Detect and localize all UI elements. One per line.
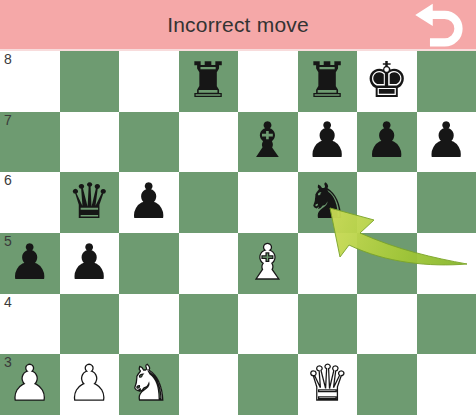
square-c4[interactable] [119,294,179,355]
square-f6[interactable]: ♞ [298,172,358,233]
chess-board: 8♜♜♚7♝♟♟♟6♛♟♞5♟♟♝43♟♟♞♛ [0,51,476,415]
black-bishop[interactable]: ♝ [246,116,290,165]
black-pawn[interactable]: ♟ [67,238,111,287]
black-queen[interactable]: ♛ [67,177,111,226]
square-g6[interactable] [357,172,417,233]
undo-button[interactable] [411,2,471,48]
black-rook[interactable]: ♜ [305,56,349,105]
square-g8[interactable]: ♚ [357,51,417,112]
black-rook[interactable]: ♜ [186,56,230,105]
square-d7[interactable] [179,112,239,173]
alert-banner: Incorrect move [0,0,476,49]
square-g7[interactable]: ♟ [357,112,417,173]
square-e4[interactable] [238,294,298,355]
square-c7[interactable] [119,112,179,173]
black-king[interactable]: ♚ [365,56,409,105]
square-d5[interactable] [179,233,239,294]
square-d6[interactable] [179,172,239,233]
square-a5[interactable]: 5♟ [0,233,60,294]
black-knight[interactable]: ♞ [305,177,349,226]
square-e6[interactable] [238,172,298,233]
rank-label-8: 8 [4,51,12,68]
black-pawn[interactable]: ♟ [127,177,171,226]
square-c3[interactable]: ♞ [119,354,179,415]
square-b8[interactable] [60,51,120,112]
square-b4[interactable] [60,294,120,355]
square-d4[interactable] [179,294,239,355]
square-e5[interactable]: ♝ [238,233,298,294]
square-f5[interactable] [298,233,358,294]
square-f8[interactable]: ♜ [298,51,358,112]
white-bishop[interactable]: ♝ [246,238,290,287]
black-pawn[interactable]: ♟ [8,238,52,287]
square-d3[interactable] [179,354,239,415]
square-g5[interactable] [357,233,417,294]
square-h4[interactable] [417,294,476,355]
rank-label-7: 7 [4,112,12,129]
black-pawn[interactable]: ♟ [305,116,349,165]
square-b6[interactable]: ♛ [60,172,120,233]
square-d8[interactable]: ♜ [179,51,239,112]
square-e3[interactable] [238,354,298,415]
square-e7[interactable]: ♝ [238,112,298,173]
square-g3[interactable] [357,354,417,415]
white-knight[interactable]: ♞ [127,359,171,408]
white-pawn[interactable]: ♟ [67,359,111,408]
rank-label-4: 4 [4,294,12,311]
square-h6[interactable] [417,172,476,233]
square-f3[interactable]: ♛ [298,354,358,415]
rank-label-6: 6 [4,172,12,189]
square-a7[interactable]: 7 [0,112,60,173]
square-a6[interactable]: 6 [0,172,60,233]
square-b7[interactable] [60,112,120,173]
square-a8[interactable]: 8 [0,51,60,112]
white-pawn[interactable]: ♟ [8,359,52,408]
square-a4[interactable]: 4 [0,294,60,355]
black-pawn[interactable]: ♟ [365,116,409,165]
square-h7[interactable]: ♟ [417,112,476,173]
square-c5[interactable] [119,233,179,294]
white-queen[interactable]: ♛ [305,359,349,408]
square-f7[interactable]: ♟ [298,112,358,173]
square-c6[interactable]: ♟ [119,172,179,233]
square-h5[interactable] [417,233,476,294]
square-c8[interactable] [119,51,179,112]
alert-title: Incorrect move [167,13,309,37]
square-e8[interactable] [238,51,298,112]
square-g4[interactable] [357,294,417,355]
square-h3[interactable] [417,354,476,415]
square-h8[interactable] [417,51,476,112]
undo-arrow-icon [412,2,470,48]
black-pawn[interactable]: ♟ [424,116,468,165]
square-b5[interactable]: ♟ [60,233,120,294]
square-b3[interactable]: ♟ [60,354,120,415]
square-f4[interactable] [298,294,358,355]
square-a3[interactable]: 3♟ [0,354,60,415]
